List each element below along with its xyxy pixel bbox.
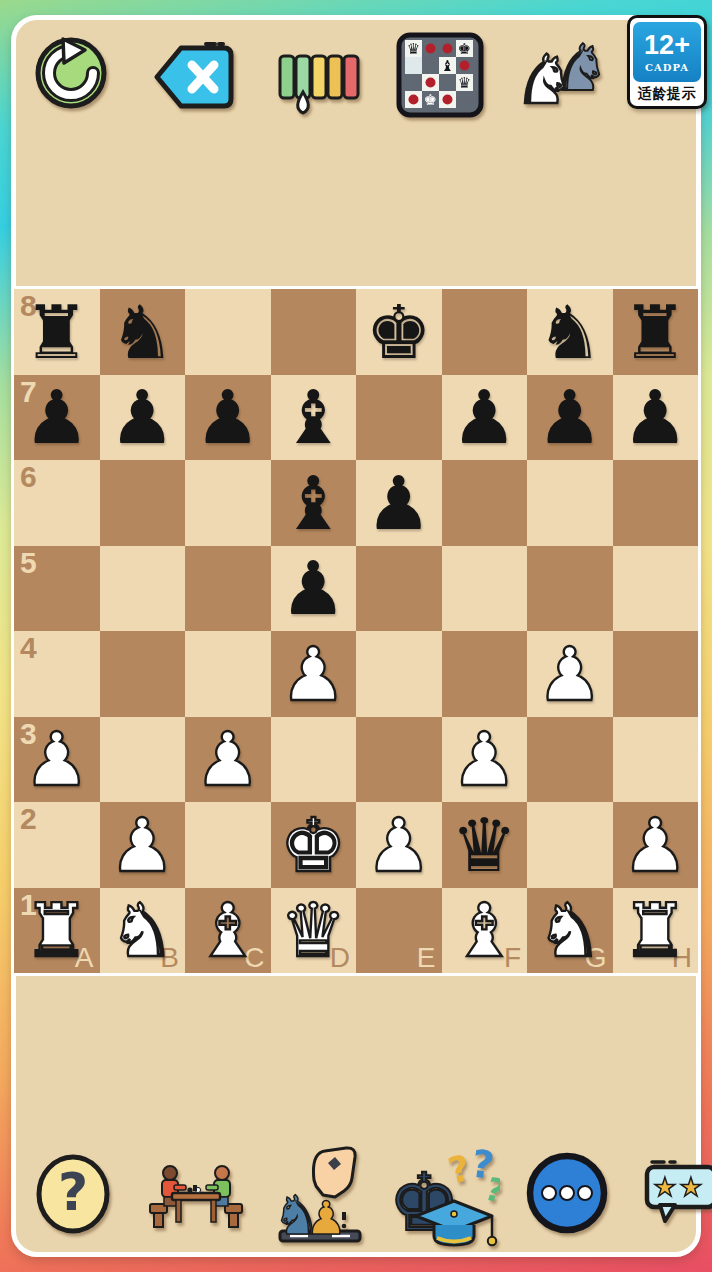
- square-a7[interactable]: 7♟: [14, 375, 100, 461]
- square-f5[interactable]: [442, 546, 528, 632]
- square-d4[interactable]: ♟: [271, 631, 357, 717]
- svg-text:★: ★: [653, 1172, 676, 1202]
- age-rating-org: CADPA: [645, 62, 689, 73]
- square-a8[interactable]: 8♜: [14, 289, 100, 375]
- file-label-e: E: [417, 944, 436, 972]
- piece-white-pawn: ♟: [109, 808, 175, 882]
- play-friends-icon: [146, 1160, 246, 1232]
- hint-meter-icon: [276, 52, 362, 120]
- file-label-g: G: [585, 944, 607, 972]
- file-label-f: F: [504, 944, 521, 972]
- puzzle-board-icon: ♛ ♚ ♝ ♛ ♚: [396, 32, 484, 118]
- piece-white-bishop: ♝: [451, 893, 517, 967]
- square-e6[interactable]: ♟: [356, 460, 442, 546]
- move-piece-icon: ♞ ♟: [278, 1144, 364, 1246]
- square-g7[interactable]: ♟: [527, 375, 613, 461]
- square-c5[interactable]: [185, 546, 271, 632]
- piece-white-knight: ♞: [537, 893, 603, 967]
- square-f8[interactable]: [442, 289, 528, 375]
- hint-meter-button[interactable]: [276, 52, 362, 120]
- svg-text:♚: ♚: [424, 91, 437, 109]
- piece-black-bishop: ♝: [280, 466, 346, 540]
- piece-white-pawn: ♟: [24, 722, 90, 796]
- square-c1[interactable]: C♝: [185, 888, 271, 974]
- piece-black-pawn: ♟: [195, 380, 261, 454]
- two-knights-button[interactable]: ♞ ♞: [512, 32, 624, 120]
- piece-black-pawn: ♟: [280, 551, 346, 625]
- svg-text:★: ★: [679, 1172, 702, 1202]
- square-f1[interactable]: F♝: [442, 888, 528, 974]
- svg-text:♝: ♝: [441, 57, 454, 75]
- square-c4[interactable]: [185, 631, 271, 717]
- piece-white-pawn: ♟: [451, 722, 517, 796]
- square-h7[interactable]: ♟: [613, 375, 699, 461]
- square-d2[interactable]: ♚: [271, 802, 357, 888]
- rank-label-7: 7: [20, 377, 37, 407]
- rank-label-2: 2: [20, 804, 37, 834]
- learn-chess-button[interactable]: ♚ ? ? ?: [390, 1142, 500, 1256]
- square-a2[interactable]: 2: [14, 802, 100, 888]
- age-rating-value: 12+: [644, 32, 690, 59]
- rank-label-6: 6: [20, 462, 37, 492]
- help-icon: ?: [34, 1152, 112, 1236]
- square-d8[interactable]: [271, 289, 357, 375]
- file-label-d: D: [330, 944, 350, 972]
- piece-black-pawn: ♟: [24, 380, 90, 454]
- file-label-c: C: [244, 944, 264, 972]
- svg-text:♛: ♛: [407, 40, 420, 58]
- piece-white-rook: ♜: [24, 893, 90, 967]
- rank-label-1: 1: [20, 890, 37, 920]
- square-d5[interactable]: ♟: [271, 546, 357, 632]
- piece-black-rook: ♜: [24, 295, 90, 369]
- square-e8[interactable]: ♚: [356, 289, 442, 375]
- puzzle-board-button[interactable]: ♛ ♚ ♝ ♛ ♚: [396, 32, 484, 118]
- square-c8[interactable]: [185, 289, 271, 375]
- piece-black-pawn: ♟: [451, 380, 517, 454]
- rate-review-icon: ★ ★: [644, 1160, 712, 1226]
- rank-label-8: 8: [20, 291, 37, 321]
- age-rating-badge: 12+ CADPA 适龄提示: [627, 15, 707, 109]
- square-g1[interactable]: G♞: [527, 888, 613, 974]
- backspace-button[interactable]: [148, 42, 238, 112]
- file-label-h: H: [672, 944, 692, 972]
- piece-black-queen: ♛: [451, 808, 517, 882]
- chat-more-icon: [522, 1148, 612, 1238]
- square-e5[interactable]: [356, 546, 442, 632]
- piece-white-pawn: ♟: [537, 637, 603, 711]
- piece-white-pawn: ♟: [622, 808, 688, 882]
- file-label-b: B: [160, 944, 179, 972]
- svg-text:♛: ♛: [458, 74, 471, 92]
- square-h3[interactable]: [613, 717, 699, 803]
- square-e2[interactable]: ♟: [356, 802, 442, 888]
- square-e4[interactable]: [356, 631, 442, 717]
- rank-label-5: 5: [20, 548, 37, 578]
- square-h6[interactable]: [613, 460, 699, 546]
- square-h2[interactable]: ♟: [613, 802, 699, 888]
- piece-white-pawn: ♟: [195, 722, 261, 796]
- square-e7[interactable]: [356, 375, 442, 461]
- svg-text:♚: ♚: [458, 40, 471, 58]
- piece-white-bishop: ♝: [195, 893, 261, 967]
- help-button[interactable]: ?: [34, 1152, 112, 1236]
- piece-black-pawn: ♟: [109, 380, 175, 454]
- svg-text:?: ?: [58, 1162, 88, 1222]
- piece-black-king: ♚: [366, 295, 432, 369]
- square-h5[interactable]: [613, 546, 699, 632]
- square-b5[interactable]: [100, 546, 186, 632]
- piece-white-queen: ♛: [280, 893, 346, 967]
- square-g5[interactable]: [527, 546, 613, 632]
- piece-white-king: ♚: [280, 808, 346, 882]
- square-d3[interactable]: [271, 717, 357, 803]
- restart-icon: [32, 30, 110, 114]
- square-a4[interactable]: 4: [14, 631, 100, 717]
- piece-black-pawn: ♟: [366, 466, 432, 540]
- square-g3[interactable]: [527, 717, 613, 803]
- restart-button[interactable]: [32, 30, 110, 114]
- square-h4[interactable]: [613, 631, 699, 717]
- piece-black-bishop: ♝: [280, 380, 346, 454]
- square-a5[interactable]: 5: [14, 546, 100, 632]
- square-b7[interactable]: ♟: [100, 375, 186, 461]
- piece-white-knight: ♞: [109, 893, 175, 967]
- file-label-a: A: [75, 944, 94, 972]
- square-g8[interactable]: ♞: [527, 289, 613, 375]
- rank-label-4: 4: [20, 633, 37, 663]
- piece-white-rook: ♜: [622, 893, 688, 967]
- chess-board: 8♜♞♚♞♜7♟♟♟♝♟♟♟6♝♟5♟4♟♟3♟♟♟2♟♚♟♛♟1A♜B♞C♝D…: [11, 286, 701, 976]
- square-f7[interactable]: ♟: [442, 375, 528, 461]
- square-h1[interactable]: H♜: [613, 888, 699, 974]
- square-d7[interactable]: ♝: [271, 375, 357, 461]
- square-c3[interactable]: ♟: [185, 717, 271, 803]
- piece-black-knight: ♞: [537, 295, 603, 369]
- square-d1[interactable]: D♛: [271, 888, 357, 974]
- square-f6[interactable]: [442, 460, 528, 546]
- rate-review-button[interactable]: ★ ★: [644, 1160, 712, 1226]
- square-f4[interactable]: [442, 631, 528, 717]
- square-a3[interactable]: 3♟: [14, 717, 100, 803]
- knight-front-glyph: ♞: [514, 46, 575, 114]
- rank-label-3: 3: [20, 719, 37, 749]
- app-screen: ♛ ♚ ♝ ♛ ♚ ♞ ♞ 12+ CADPA 适龄提示 8♜♞♚♞♜7♟♟♟♝…: [0, 0, 712, 1272]
- square-g4[interactable]: ♟: [527, 631, 613, 717]
- square-b2[interactable]: ♟: [100, 802, 186, 888]
- piece-black-knight: ♞: [109, 295, 175, 369]
- square-b3[interactable]: [100, 717, 186, 803]
- piece-black-rook: ♜: [622, 295, 688, 369]
- square-b1[interactable]: B♞: [100, 888, 186, 974]
- square-h8[interactable]: ♜: [613, 289, 699, 375]
- svg-text:♟: ♟: [305, 1191, 346, 1245]
- square-a6[interactable]: 6: [14, 460, 100, 546]
- square-g6[interactable]: [527, 460, 613, 546]
- square-f3[interactable]: ♟: [442, 717, 528, 803]
- square-c2[interactable]: [185, 802, 271, 888]
- square-b8[interactable]: ♞: [100, 289, 186, 375]
- play-friends-button[interactable]: [146, 1160, 246, 1232]
- age-rating-box: 12+ CADPA: [633, 22, 701, 82]
- learn-chess-icon: ♚ ? ? ?: [390, 1142, 500, 1256]
- square-f2[interactable]: ♛: [442, 802, 528, 888]
- square-e3[interactable]: [356, 717, 442, 803]
- square-b4[interactable]: [100, 631, 186, 717]
- square-c6[interactable]: [185, 460, 271, 546]
- square-g2[interactable]: [527, 802, 613, 888]
- move-piece-button[interactable]: ♞ ♟: [278, 1144, 364, 1246]
- piece-white-pawn: ♟: [366, 808, 432, 882]
- chat-more-button[interactable]: [522, 1148, 612, 1238]
- two-knights-icon: ♞ ♞: [512, 32, 624, 120]
- backspace-icon: [148, 42, 238, 112]
- piece-black-pawn: ♟: [622, 380, 688, 454]
- square-e1[interactable]: E: [356, 888, 442, 974]
- age-rating-caption: 适龄提示: [633, 85, 701, 103]
- square-c7[interactable]: ♟: [185, 375, 271, 461]
- piece-black-pawn: ♟: [537, 380, 603, 454]
- piece-white-pawn: ♟: [280, 637, 346, 711]
- square-d6[interactable]: ♝: [271, 460, 357, 546]
- square-a1[interactable]: 1A♜: [14, 888, 100, 974]
- square-b6[interactable]: [100, 460, 186, 546]
